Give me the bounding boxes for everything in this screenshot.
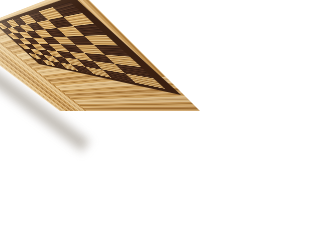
- product-photo-scene: [0, 0, 96, 96]
